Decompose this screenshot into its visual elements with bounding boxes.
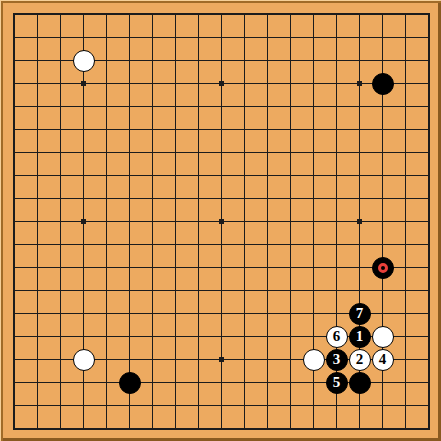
black-stone-P4-move-3: 3 [326,349,348,371]
board-cells: 7613245 [3,3,440,440]
white-stone-Q4-move-2: 2 [349,349,371,371]
move-number: 7 [356,306,364,321]
hoshi-point [219,219,224,224]
white-stone-R5 [372,326,394,348]
hoshi-point [219,81,224,86]
hoshi-point [219,357,224,362]
black-stone-Q3 [349,372,371,394]
move-number: 3 [333,352,341,367]
hoshi-point [81,81,86,86]
move-number: 4 [379,352,387,367]
black-stone-Q6-move-7: 7 [349,303,371,325]
white-stone-P5-move-6: 6 [326,326,348,348]
white-stone-D4 [73,349,95,371]
hoshi-point [81,219,86,224]
move-number: 2 [356,352,364,367]
move-number: 1 [356,329,364,344]
black-stone-Q5-move-1: 1 [349,326,371,348]
black-stone-R8 [372,257,394,279]
hoshi-point [357,219,362,224]
black-stone-F3 [119,372,141,394]
hoshi-point [357,81,362,86]
move-number: 6 [333,329,341,344]
black-stone-R16 [372,73,394,95]
white-stone-D17 [73,50,95,72]
white-stone-R4-move-4: 4 [372,349,394,371]
move-number: 5 [333,375,341,390]
white-stone-O4 [303,349,325,371]
black-stone-P3-move-5: 5 [326,372,348,394]
circle-marker-icon [378,263,388,273]
go-board: 7613245 [0,0,441,441]
